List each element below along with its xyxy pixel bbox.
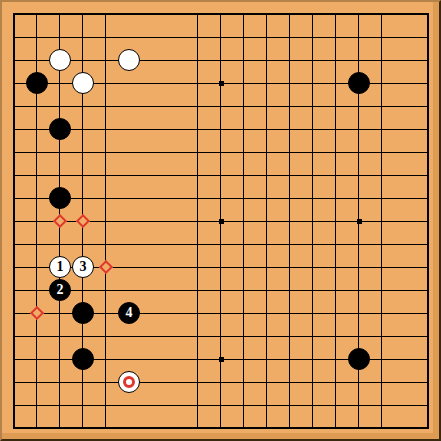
diamond-marker xyxy=(53,214,67,228)
diamond-marker xyxy=(99,260,113,274)
black-stone xyxy=(72,302,94,324)
black-stone xyxy=(26,72,48,94)
star-point xyxy=(219,219,224,224)
go-board: 1324 xyxy=(0,0,441,441)
circle-marker xyxy=(123,376,135,388)
move-1-stone: 1 xyxy=(49,256,71,278)
black-stone xyxy=(49,187,71,209)
black-stone xyxy=(348,72,370,94)
white-stone xyxy=(118,371,140,393)
star-point xyxy=(219,81,224,86)
diamond-marker xyxy=(30,306,44,320)
star-point xyxy=(357,219,362,224)
black-stone xyxy=(49,118,71,140)
black-stone xyxy=(72,348,94,370)
black-stone xyxy=(348,348,370,370)
white-stone xyxy=(49,49,71,71)
move-3-stone: 3 xyxy=(72,256,94,278)
go-board-grid: 1324 xyxy=(3,3,440,440)
diamond-marker xyxy=(76,214,90,228)
move-2-stone: 2 xyxy=(49,279,71,301)
star-point xyxy=(219,357,224,362)
white-stone xyxy=(72,72,94,94)
move-4-stone: 4 xyxy=(118,302,140,324)
white-stone xyxy=(118,49,140,71)
